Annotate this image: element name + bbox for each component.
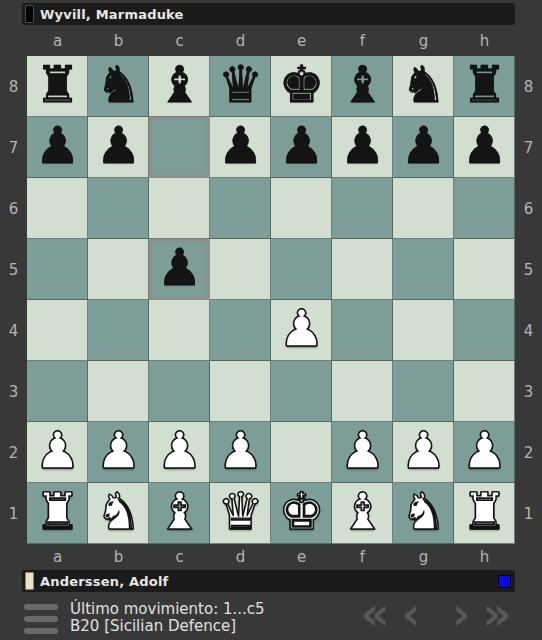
black-queen[interactable]: ♛ xyxy=(218,59,264,110)
file-labels-bottom: abcdefgh xyxy=(27,545,515,569)
black-pawn[interactable]: ♟ xyxy=(157,242,203,293)
square-e6[interactable] xyxy=(271,178,332,239)
square-b2[interactable]: ♟ xyxy=(88,422,149,483)
square-a8[interactable]: ♜ xyxy=(27,56,88,117)
square-e5[interactable] xyxy=(271,239,332,300)
square-c2[interactable]: ♟ xyxy=(149,422,210,483)
square-a2[interactable]: ♟ xyxy=(27,422,88,483)
white-bishop[interactable]: ♝ xyxy=(340,486,386,537)
white-rook[interactable]: ♜ xyxy=(35,486,81,537)
file-label-d: d xyxy=(210,545,271,569)
white-knight[interactable]: ♞ xyxy=(401,486,447,537)
black-pawn[interactable]: ♟ xyxy=(35,120,81,171)
rank-label-7: 7 xyxy=(515,117,542,178)
white-king[interactable]: ♚ xyxy=(279,486,325,537)
menu-icon-bar xyxy=(24,604,58,610)
black-knight[interactable]: ♞ xyxy=(401,59,447,110)
square-f8[interactable]: ♝ xyxy=(332,56,393,117)
white-pawn[interactable]: ♟ xyxy=(340,425,386,476)
status-panel: Último movimiento: 1...c5 B20 [Sicilian … xyxy=(0,592,542,640)
menu-icon[interactable] xyxy=(24,604,58,640)
square-e8[interactable]: ♚ xyxy=(271,56,332,117)
black-player-bar: Wyvill, Marmaduke xyxy=(22,3,515,25)
white-pawn[interactable]: ♟ xyxy=(401,425,447,476)
square-e3[interactable] xyxy=(271,361,332,422)
square-h1[interactable]: ♜ xyxy=(454,483,515,544)
square-a6[interactable] xyxy=(27,178,88,239)
white-pawn[interactable]: ♟ xyxy=(35,425,81,476)
square-c8[interactable]: ♝ xyxy=(149,56,210,117)
square-h2[interactable]: ♟ xyxy=(454,422,515,483)
rank-label-3: 3 xyxy=(0,361,27,422)
black-king[interactable]: ♚ xyxy=(279,59,325,110)
square-d2[interactable]: ♟ xyxy=(210,422,271,483)
side-to-move-indicator xyxy=(498,575,511,588)
black-pawn[interactable]: ♟ xyxy=(218,120,264,171)
square-b6[interactable] xyxy=(88,178,149,239)
square-a1[interactable]: ♜ xyxy=(27,483,88,544)
square-f7[interactable]: ♟ xyxy=(332,117,393,178)
file-label-h: h xyxy=(454,29,515,53)
last-move-text: Último movimiento: 1...c5 xyxy=(70,601,265,618)
file-label-c: c xyxy=(149,29,210,53)
square-a3[interactable] xyxy=(27,361,88,422)
square-h6[interactable] xyxy=(454,178,515,239)
file-label-b: b xyxy=(88,29,149,53)
square-g6[interactable] xyxy=(393,178,454,239)
next-move-button[interactable]: › xyxy=(443,588,479,640)
file-label-a: a xyxy=(27,29,88,53)
white-player-name: Anderssen, Adolf xyxy=(40,574,168,589)
rank-label-7: 7 xyxy=(0,117,27,178)
eco-opening-text: B20 [Sicilian Defence] xyxy=(70,618,265,635)
square-h3[interactable] xyxy=(454,361,515,422)
white-pawn[interactable]: ♟ xyxy=(96,425,142,476)
square-h8[interactable]: ♜ xyxy=(454,56,515,117)
board: ♜♞♝♛♚♝♞♜♟♟♟♟♟♟♟♟♟♟♟♟♟♟♟♟♜♞♝♛♚♝♞♜ xyxy=(27,56,515,544)
black-pawn[interactable]: ♟ xyxy=(96,120,142,171)
square-d6[interactable] xyxy=(210,178,271,239)
square-c6[interactable] xyxy=(149,178,210,239)
square-b3[interactable] xyxy=(88,361,149,422)
square-c4[interactable] xyxy=(149,300,210,361)
rank-label-5: 5 xyxy=(0,239,27,300)
square-g1[interactable]: ♞ xyxy=(393,483,454,544)
rank-label-3: 3 xyxy=(515,361,542,422)
menu-icon-bar xyxy=(24,628,58,634)
square-c5[interactable]: ♟ xyxy=(149,239,210,300)
chess-app-window: Wyvill, Marmaduke abcdefgh 87654321 8765… xyxy=(0,0,542,640)
status-text: Último movimiento: 1...c5 B20 [Sicilian … xyxy=(70,601,265,635)
square-d5[interactable] xyxy=(210,239,271,300)
file-label-g: g xyxy=(393,29,454,53)
white-queen[interactable]: ♛ xyxy=(218,486,264,537)
menu-icon-bar xyxy=(24,616,58,622)
square-f6[interactable] xyxy=(332,178,393,239)
white-pawn[interactable]: ♟ xyxy=(462,425,508,476)
black-pawn[interactable]: ♟ xyxy=(279,120,325,171)
white-pawn[interactable]: ♟ xyxy=(279,303,325,354)
black-side-indicator xyxy=(25,5,34,23)
black-rook[interactable]: ♜ xyxy=(35,59,81,110)
square-e7[interactable]: ♟ xyxy=(271,117,332,178)
file-label-d: d xyxy=(210,29,271,53)
file-label-e: e xyxy=(271,545,332,569)
file-label-f: f xyxy=(332,545,393,569)
rank-labels-right: 87654321 xyxy=(515,56,542,544)
square-h5[interactable] xyxy=(454,239,515,300)
rank-labels-left: 87654321 xyxy=(0,56,27,544)
square-g3[interactable] xyxy=(393,361,454,422)
square-b7[interactable]: ♟ xyxy=(88,117,149,178)
white-pawn[interactable]: ♟ xyxy=(218,425,264,476)
rank-label-4: 4 xyxy=(0,300,27,361)
square-a4[interactable] xyxy=(27,300,88,361)
black-pawn[interactable]: ♟ xyxy=(340,120,386,171)
white-bishop[interactable]: ♝ xyxy=(157,486,203,537)
rank-label-1: 1 xyxy=(515,483,542,544)
rank-label-8: 8 xyxy=(0,56,27,117)
file-label-b: b xyxy=(88,545,149,569)
square-d8[interactable]: ♛ xyxy=(210,56,271,117)
square-b5[interactable] xyxy=(88,239,149,300)
square-b4[interactable] xyxy=(88,300,149,361)
black-bishop[interactable]: ♝ xyxy=(340,59,386,110)
first-move-button[interactable]: « xyxy=(357,588,393,640)
square-c1[interactable]: ♝ xyxy=(149,483,210,544)
square-f2[interactable]: ♟ xyxy=(332,422,393,483)
last-move-button[interactable]: » xyxy=(479,588,515,640)
file-labels-top: abcdefgh xyxy=(27,29,515,53)
square-a7[interactable]: ♟ xyxy=(27,117,88,178)
square-e1[interactable]: ♚ xyxy=(271,483,332,544)
rank-label-2: 2 xyxy=(515,422,542,483)
square-h4[interactable] xyxy=(454,300,515,361)
square-d3[interactable] xyxy=(210,361,271,422)
square-c3[interactable] xyxy=(149,361,210,422)
square-f5[interactable] xyxy=(332,239,393,300)
black-rook[interactable]: ♜ xyxy=(462,59,508,110)
rank-label-4: 4 xyxy=(515,300,542,361)
square-d1[interactable]: ♛ xyxy=(210,483,271,544)
file-label-c: c xyxy=(149,545,210,569)
rank-label-8: 8 xyxy=(515,56,542,117)
square-b1[interactable]: ♞ xyxy=(88,483,149,544)
square-f4[interactable] xyxy=(332,300,393,361)
rank-label-6: 6 xyxy=(0,178,27,239)
square-g8[interactable]: ♞ xyxy=(393,56,454,117)
square-d4[interactable] xyxy=(210,300,271,361)
move-navigation: « ‹ › » xyxy=(357,588,515,640)
white-knight[interactable]: ♞ xyxy=(96,486,142,537)
square-g2[interactable]: ♟ xyxy=(393,422,454,483)
black-pawn[interactable]: ♟ xyxy=(401,120,447,171)
white-pawn[interactable]: ♟ xyxy=(157,425,203,476)
file-label-g: g xyxy=(393,545,454,569)
square-g4[interactable] xyxy=(393,300,454,361)
square-d7[interactable]: ♟ xyxy=(210,117,271,178)
square-b8[interactable]: ♞ xyxy=(88,56,149,117)
black-pawn[interactable]: ♟ xyxy=(462,120,508,171)
square-g5[interactable] xyxy=(393,239,454,300)
black-knight[interactable]: ♞ xyxy=(96,59,142,110)
square-g7[interactable]: ♟ xyxy=(393,117,454,178)
rank-label-6: 6 xyxy=(515,178,542,239)
square-f3[interactable] xyxy=(332,361,393,422)
black-bishop[interactable]: ♝ xyxy=(157,59,203,110)
file-label-e: e xyxy=(271,29,332,53)
file-label-f: f xyxy=(332,29,393,53)
file-label-h: h xyxy=(454,545,515,569)
square-e4[interactable]: ♟ xyxy=(271,300,332,361)
square-h7[interactable]: ♟ xyxy=(454,117,515,178)
black-player-name: Wyvill, Marmaduke xyxy=(40,7,184,22)
square-e2[interactable] xyxy=(271,422,332,483)
white-side-indicator xyxy=(25,572,34,590)
square-f1[interactable]: ♝ xyxy=(332,483,393,544)
file-label-a: a xyxy=(27,545,88,569)
rank-label-5: 5 xyxy=(515,239,542,300)
square-a5[interactable] xyxy=(27,239,88,300)
white-rook[interactable]: ♜ xyxy=(462,486,508,537)
square-c7[interactable] xyxy=(149,117,210,178)
previous-move-button[interactable]: ‹ xyxy=(393,588,429,640)
rank-label-1: 1 xyxy=(0,483,27,544)
rank-label-2: 2 xyxy=(0,422,27,483)
